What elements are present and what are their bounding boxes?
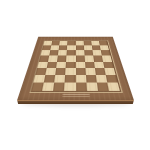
chess-board [30, 16, 121, 107]
product-photo [0, 0, 150, 150]
square-d3 [65, 68, 75, 75]
square-c3 [55, 68, 65, 75]
square-e3 [76, 68, 86, 75]
square-h3 [104, 68, 115, 75]
square-c1 [53, 82, 65, 90]
square-d2 [65, 75, 76, 83]
brand-logo-mark [62, 94, 90, 97]
square-c2 [54, 75, 65, 83]
board-squares [31, 41, 120, 91]
square-e1 [76, 82, 87, 90]
board-frame [17, 37, 134, 100]
square-d1 [64, 82, 75, 90]
square-h2 [106, 75, 118, 83]
square-h1 [107, 82, 120, 90]
square-e2 [76, 75, 87, 83]
